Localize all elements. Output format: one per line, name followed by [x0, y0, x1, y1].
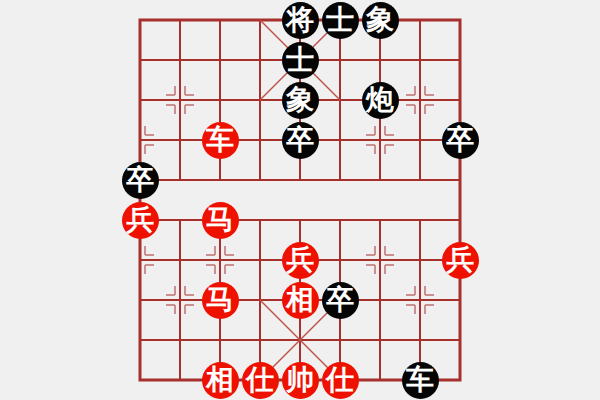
piece-glyph: 马	[202, 282, 239, 319]
piece-black-soldier[interactable]: 卒	[440, 120, 480, 160]
piece-glyph: 炮	[362, 82, 399, 119]
piece-red-elephant[interactable]: 相	[280, 280, 320, 320]
piece-glyph: 象	[362, 2, 399, 39]
piece-glyph: 车	[402, 362, 439, 399]
piece-glyph: 卒	[122, 162, 159, 199]
piece-black-general[interactable]: 将	[280, 0, 320, 40]
piece-glyph: 士	[282, 42, 319, 79]
piece-black-soldier[interactable]: 卒	[280, 120, 320, 160]
piece-red-chariot[interactable]: 车	[200, 120, 240, 160]
piece-black-advisor[interactable]: 士	[280, 40, 320, 80]
piece-red-advisor[interactable]: 仕	[320, 360, 360, 400]
piece-glyph: 卒	[282, 122, 319, 159]
piece-glyph: 马	[202, 202, 239, 239]
piece-glyph: 兵	[282, 242, 319, 279]
piece-glyph: 车	[202, 122, 239, 159]
xiangqi-app: 将士象士象炮卒卒卒卒车车兵马兵兵马相相仕帅仕	[0, 0, 600, 400]
piece-glyph: 士	[322, 2, 359, 39]
xiangqi-board: 将士象士象炮卒卒卒卒车车兵马兵兵马相相仕帅仕	[120, 0, 480, 400]
piece-glyph: 卒	[322, 282, 359, 319]
piece-glyph: 兵	[442, 242, 479, 279]
piece-red-horse[interactable]: 马	[200, 280, 240, 320]
piece-glyph: 仕	[322, 362, 359, 399]
piece-red-horse[interactable]: 马	[200, 200, 240, 240]
piece-black-chariot[interactable]: 车	[400, 360, 440, 400]
piece-red-elephant[interactable]: 相	[200, 360, 240, 400]
piece-glyph: 相	[202, 362, 239, 399]
piece-black-elephant[interactable]: 象	[280, 80, 320, 120]
piece-red-soldier[interactable]: 兵	[120, 200, 160, 240]
piece-glyph: 将	[282, 2, 319, 39]
piece-black-elephant[interactable]: 象	[360, 0, 400, 40]
piece-black-cannon[interactable]: 炮	[360, 80, 400, 120]
piece-black-soldier[interactable]: 卒	[120, 160, 160, 200]
piece-glyph: 相	[282, 282, 319, 319]
piece-red-advisor[interactable]: 仕	[240, 360, 280, 400]
piece-red-soldier[interactable]: 兵	[280, 240, 320, 280]
piece-red-general[interactable]: 帅	[280, 360, 320, 400]
piece-glyph: 兵	[122, 202, 159, 239]
piece-glyph: 仕	[242, 362, 279, 399]
piece-glyph: 卒	[442, 122, 479, 159]
piece-black-soldier[interactable]: 卒	[320, 280, 360, 320]
piece-glyph: 帅	[282, 362, 319, 399]
piece-red-soldier[interactable]: 兵	[440, 240, 480, 280]
piece-black-advisor[interactable]: 士	[320, 0, 360, 40]
piece-glyph: 象	[282, 82, 319, 119]
